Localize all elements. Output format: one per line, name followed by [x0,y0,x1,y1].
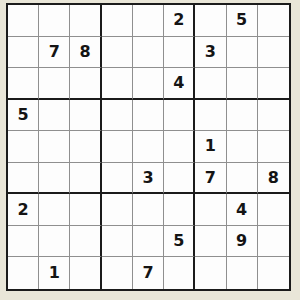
cell-r7c9[interactable] [258,194,289,226]
cell-r7c1[interactable]: 2 [8,194,39,226]
cell-r1c5[interactable] [133,5,164,37]
cell-r9c5[interactable]: 7 [133,257,164,289]
cell-r9c7[interactable] [195,257,226,289]
given-digit: 2 [18,202,29,218]
cell-r2c6[interactable] [164,37,195,69]
cell-r3c1[interactable] [8,68,39,100]
given-digit: 7 [49,44,60,60]
given-digit: 2 [173,12,184,28]
cell-r1c8[interactable]: 5 [227,5,258,37]
cell-r5c8[interactable] [227,131,258,163]
given-digit: 3 [205,44,216,60]
given-digit: 4 [236,202,247,218]
cell-r2c9[interactable] [258,37,289,69]
cell-r7c5[interactable] [133,194,164,226]
cell-r4c8[interactable] [227,100,258,132]
cell-r8c4[interactable] [102,226,133,258]
cell-r8c5[interactable] [133,226,164,258]
cell-r3c9[interactable] [258,68,289,100]
given-digit: 9 [236,233,247,249]
given-digit: 5 [18,107,29,123]
cell-r8c1[interactable] [8,226,39,258]
cell-r2c4[interactable] [102,37,133,69]
cell-r2c3[interactable]: 8 [70,37,101,69]
given-digit: 1 [49,265,60,281]
cell-r4c6[interactable] [164,100,195,132]
cell-r6c4[interactable] [102,163,133,195]
cell-r1c4[interactable] [102,5,133,37]
cell-r8c9[interactable] [258,226,289,258]
cell-r5c9[interactable] [258,131,289,163]
cell-r1c9[interactable] [258,5,289,37]
cell-r9c8[interactable] [227,257,258,289]
cell-r3c4[interactable] [102,68,133,100]
cell-r6c9[interactable]: 8 [258,163,289,195]
cell-r4c4[interactable] [102,100,133,132]
cell-r9c1[interactable] [8,257,39,289]
cell-r7c7[interactable] [195,194,226,226]
cell-r2c8[interactable] [227,37,258,69]
cell-r8c2[interactable] [39,226,70,258]
cell-r9c2[interactable]: 1 [39,257,70,289]
cell-r7c6[interactable] [164,194,195,226]
given-digit: 4 [173,75,184,91]
cell-r5c3[interactable] [70,131,101,163]
cell-r1c2[interactable] [39,5,70,37]
cell-r4c7[interactable] [195,100,226,132]
cell-r7c2[interactable] [39,194,70,226]
cell-r4c2[interactable] [39,100,70,132]
given-digit: 5 [236,12,247,28]
cell-r5c5[interactable] [133,131,164,163]
page-background: 25783451378245917 [0,0,300,300]
cell-r8c6[interactable]: 5 [164,226,195,258]
cell-r3c3[interactable] [70,68,101,100]
sudoku-board: 25783451378245917 [6,3,291,291]
cell-r6c6[interactable] [164,163,195,195]
cell-r9c9[interactable] [258,257,289,289]
cell-r3c8[interactable] [227,68,258,100]
cell-r6c5[interactable]: 3 [133,163,164,195]
cell-r7c4[interactable] [102,194,133,226]
cell-r5c6[interactable] [164,131,195,163]
cell-r8c8[interactable]: 9 [227,226,258,258]
given-digit: 7 [205,170,216,186]
cell-r6c1[interactable] [8,163,39,195]
cell-r2c1[interactable] [8,37,39,69]
cell-r1c7[interactable] [195,5,226,37]
cell-r3c5[interactable] [133,68,164,100]
cell-r6c8[interactable] [227,163,258,195]
cell-r9c3[interactable] [70,257,101,289]
cell-r8c7[interactable] [195,226,226,258]
cell-r8c3[interactable] [70,226,101,258]
given-digit: 5 [173,233,184,249]
cell-r1c6[interactable]: 2 [164,5,195,37]
cell-r3c6[interactable]: 4 [164,68,195,100]
cell-r7c8[interactable]: 4 [227,194,258,226]
cell-r5c7[interactable]: 1 [195,131,226,163]
given-digit: 3 [142,170,153,186]
cell-r2c5[interactable] [133,37,164,69]
cell-r6c3[interactable] [70,163,101,195]
given-digit: 8 [268,170,279,186]
cell-r3c7[interactable] [195,68,226,100]
cell-r7c3[interactable] [70,194,101,226]
cell-r5c1[interactable] [8,131,39,163]
given-digit: 7 [142,265,153,281]
cell-r4c5[interactable] [133,100,164,132]
cell-r4c1[interactable]: 5 [8,100,39,132]
cell-r4c9[interactable] [258,100,289,132]
cell-r5c4[interactable] [102,131,133,163]
cell-r3c2[interactable] [39,68,70,100]
cell-r5c2[interactable] [39,131,70,163]
cell-r9c4[interactable] [102,257,133,289]
cell-r1c1[interactable] [8,5,39,37]
cell-r2c7[interactable]: 3 [195,37,226,69]
given-digit: 1 [205,138,216,154]
cell-r4c3[interactable] [70,100,101,132]
given-digit: 8 [79,44,90,60]
cell-r2c2[interactable]: 7 [39,37,70,69]
cell-r9c6[interactable] [164,257,195,289]
cell-r1c3[interactable] [70,5,101,37]
cell-r6c7[interactable]: 7 [195,163,226,195]
cell-r6c2[interactable] [39,163,70,195]
